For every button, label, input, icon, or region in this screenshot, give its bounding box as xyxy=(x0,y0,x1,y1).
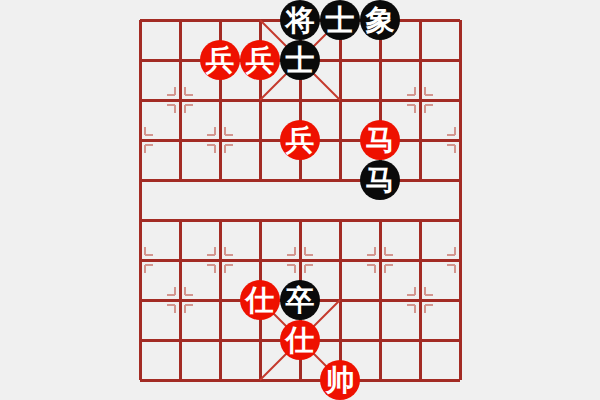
piece-red-advisor[interactable]: 仕 xyxy=(280,320,320,360)
pieces-layer: 将士象兵兵士兵马马仕卒仕帅 xyxy=(0,0,600,400)
piece-red-advisor[interactable]: 仕 xyxy=(240,280,280,320)
piece-red-horse[interactable]: 马 xyxy=(360,120,400,160)
piece-red-soldier[interactable]: 兵 xyxy=(200,40,240,80)
piece-black-soldier[interactable]: 卒 xyxy=(280,280,320,320)
piece-red-general[interactable]: 帅 xyxy=(320,360,360,400)
piece-black-advisor[interactable]: 士 xyxy=(320,0,360,40)
piece-black-advisor[interactable]: 士 xyxy=(280,40,320,80)
piece-black-elephant[interactable]: 象 xyxy=(360,0,400,40)
piece-black-horse[interactable]: 马 xyxy=(360,160,400,200)
piece-red-soldier[interactable]: 兵 xyxy=(240,40,280,80)
xiangqi-app: 将士象兵兵士兵马马仕卒仕帅 xyxy=(0,0,600,400)
piece-red-soldier[interactable]: 兵 xyxy=(280,120,320,160)
piece-black-general[interactable]: 将 xyxy=(280,0,320,40)
